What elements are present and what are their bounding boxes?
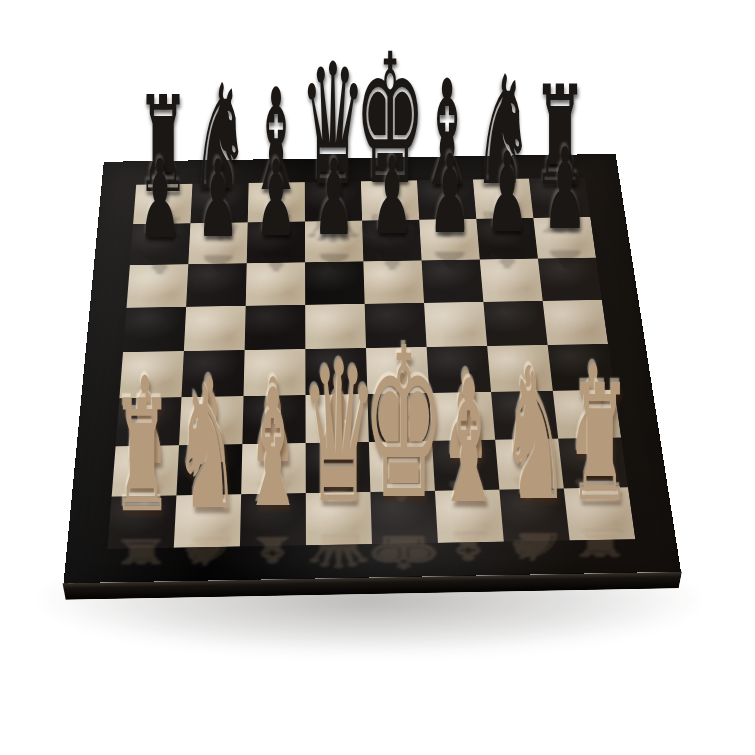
chess-set-photo: Handcrafted black and tan marble chess s… [0, 0, 755, 755]
white-bishop-glyph: ♝ [436, 359, 503, 528]
black-pawn-glyph: ♟ [255, 147, 296, 252]
black-pawn-glyph: ♟ [313, 146, 354, 251]
white-knight-glyph: ♞ [500, 351, 569, 526]
black-pawn-glyph: ♟ [428, 140, 471, 249]
pieces-layer: ♜♜♞♞♝♝♛♛♚♚♝♝♞♞♜♜♟♟♟♟♟♟♟♟♟♟♟♟♟♟♟♟♟♟♟♟♟♟♟♟… [0, 0, 755, 755]
white-king-glyph: ♚ [363, 321, 445, 529]
white-rook-glyph: ♜ [111, 379, 172, 534]
black-pawn-glyph: ♟ [197, 146, 239, 253]
white-bishop-glyph: ♝ [241, 369, 305, 531]
black-pawn-glyph: ♟ [371, 143, 413, 250]
white-rook-glyph: ♜ [568, 365, 631, 526]
black-pawn-glyph: ♟ [139, 145, 182, 254]
black-pawn-glyph: ♟ [542, 134, 586, 246]
white-knight-glyph: ♞ [174, 365, 241, 533]
black-pawn-glyph: ♟ [485, 137, 529, 248]
